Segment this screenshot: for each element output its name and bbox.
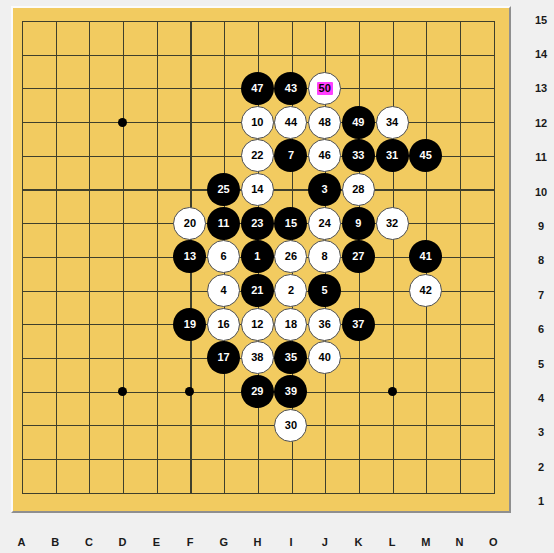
stone-2: 2 xyxy=(274,274,307,307)
stone-19: 19 xyxy=(173,308,206,341)
stone-49: 49 xyxy=(342,106,375,139)
move-number: 49 xyxy=(352,117,364,128)
row-labels: 151413121110987654321 xyxy=(528,0,554,553)
column-label-J: J xyxy=(322,536,328,548)
stone-16: 16 xyxy=(207,308,240,341)
stone-22: 22 xyxy=(241,139,274,172)
move-number: 26 xyxy=(285,251,297,262)
row-label-9: 9 xyxy=(528,220,554,232)
stone-50: 50 xyxy=(308,72,341,105)
move-number: 11 xyxy=(218,218,230,229)
move-number: 35 xyxy=(285,352,297,363)
stone-39: 39 xyxy=(274,375,307,408)
move-number: 47 xyxy=(251,83,263,94)
stone-47: 47 xyxy=(241,72,274,105)
move-number: 39 xyxy=(285,386,297,397)
move-number: 18 xyxy=(285,319,297,330)
stone-20: 20 xyxy=(173,207,206,240)
row-label-10: 10 xyxy=(528,186,554,198)
stone-35: 35 xyxy=(274,341,307,374)
move-number: 25 xyxy=(217,184,229,195)
move-number: 48 xyxy=(319,117,331,128)
stone-3: 3 xyxy=(308,173,341,206)
column-label-B: B xyxy=(51,536,59,548)
move-number: 6 xyxy=(221,251,227,262)
move-number: 27 xyxy=(352,251,364,262)
move-number: 4 xyxy=(221,285,227,296)
row-label-6: 6 xyxy=(528,323,554,335)
move-number: 23 xyxy=(251,218,263,229)
move-number: 24 xyxy=(319,218,331,229)
row-label-3: 3 xyxy=(528,426,554,438)
stone-44: 44 xyxy=(274,106,307,139)
move-number: 42 xyxy=(420,285,432,296)
move-number: 8 xyxy=(322,251,328,262)
row-label-14: 14 xyxy=(528,48,554,60)
move-number: 40 xyxy=(319,352,331,363)
stone-23: 23 xyxy=(241,207,274,240)
move-number: 13 xyxy=(184,251,196,262)
stone-21: 21 xyxy=(241,274,274,307)
column-label-F: F xyxy=(187,536,194,548)
row-label-4: 4 xyxy=(528,392,554,404)
row-label-2: 2 xyxy=(528,461,554,473)
column-label-N: N xyxy=(456,536,464,548)
stone-7: 7 xyxy=(274,139,307,172)
stone-33: 33 xyxy=(342,139,375,172)
star-point xyxy=(118,387,127,396)
column-labels: ABCDEFGHIJKLMNO xyxy=(0,536,554,551)
move-number: 22 xyxy=(251,150,263,161)
move-number: 28 xyxy=(352,184,364,195)
stone-43: 43 xyxy=(274,72,307,105)
row-label-5: 5 xyxy=(528,358,554,370)
column-label-A: A xyxy=(18,536,26,548)
stone-6: 6 xyxy=(207,240,240,273)
last-move-number: 50 xyxy=(317,82,333,95)
move-number: 41 xyxy=(420,251,432,262)
stone-45: 45 xyxy=(409,139,442,172)
stone-42: 42 xyxy=(409,274,442,307)
column-label-C: C xyxy=(85,536,93,548)
row-label-12: 12 xyxy=(528,117,554,129)
move-number: 38 xyxy=(251,352,263,363)
move-number: 21 xyxy=(251,285,263,296)
move-number: 12 xyxy=(251,319,263,330)
move-number: 32 xyxy=(386,218,398,229)
move-number: 5 xyxy=(322,285,328,296)
stone-26: 26 xyxy=(274,240,307,273)
move-number: 1 xyxy=(254,251,260,262)
move-number: 34 xyxy=(386,117,398,128)
go-board[interactable]: 1234567891011121314151617181920212223242… xyxy=(11,6,511,513)
stone-12: 12 xyxy=(241,308,274,341)
stone-24: 24 xyxy=(308,207,341,240)
column-label-D: D xyxy=(119,536,127,548)
row-label-1: 1 xyxy=(528,495,554,507)
move-number: 2 xyxy=(288,285,294,296)
move-number: 31 xyxy=(386,150,398,161)
stone-5: 5 xyxy=(308,274,341,307)
stone-31: 31 xyxy=(376,139,409,172)
stone-15: 15 xyxy=(274,207,307,240)
stone-46: 46 xyxy=(308,139,341,172)
star-point xyxy=(118,118,127,127)
move-number: 9 xyxy=(355,218,361,229)
stone-13: 13 xyxy=(173,240,206,273)
move-number: 45 xyxy=(420,150,432,161)
move-number: 10 xyxy=(251,117,263,128)
move-number: 15 xyxy=(285,218,297,229)
row-label-8: 8 xyxy=(528,254,554,266)
star-point xyxy=(388,387,397,396)
stone-14: 14 xyxy=(241,173,274,206)
stone-9: 9 xyxy=(342,207,375,240)
stone-17: 17 xyxy=(207,341,240,374)
move-number: 7 xyxy=(288,150,294,161)
stone-29: 29 xyxy=(241,375,274,408)
row-label-15: 15 xyxy=(528,14,554,26)
column-label-G: G xyxy=(219,536,228,548)
stone-37: 37 xyxy=(342,308,375,341)
gomoku-window: 1234567891011121314151617181920212223242… xyxy=(0,0,554,553)
row-label-11: 11 xyxy=(528,151,554,163)
move-number: 33 xyxy=(352,150,364,161)
move-number: 44 xyxy=(285,117,297,128)
stone-25: 25 xyxy=(207,173,240,206)
stone-28: 28 xyxy=(342,173,375,206)
stone-8: 8 xyxy=(308,240,341,273)
column-label-O: O xyxy=(489,536,498,548)
column-label-K: K xyxy=(355,536,363,548)
move-number: 3 xyxy=(322,184,328,195)
move-number: 46 xyxy=(319,150,331,161)
move-number: 20 xyxy=(184,218,196,229)
stone-48: 48 xyxy=(308,106,341,139)
column-label-L: L xyxy=(389,536,396,548)
move-number: 30 xyxy=(285,420,297,431)
stone-41: 41 xyxy=(409,240,442,273)
column-label-H: H xyxy=(253,536,261,548)
move-number: 36 xyxy=(319,319,331,330)
stones-grid[interactable]: 1234567891011121314151617181920212223242… xyxy=(5,4,510,509)
stone-18: 18 xyxy=(274,308,307,341)
stone-27: 27 xyxy=(342,240,375,273)
stone-36: 36 xyxy=(308,308,341,341)
row-label-7: 7 xyxy=(528,289,554,301)
stone-40: 40 xyxy=(308,341,341,374)
stone-4: 4 xyxy=(207,274,240,307)
move-number: 37 xyxy=(352,319,364,330)
stone-11: 11 xyxy=(207,207,240,240)
move-number: 16 xyxy=(217,319,229,330)
move-number: 43 xyxy=(285,83,297,94)
move-number: 29 xyxy=(251,386,263,397)
stone-32: 32 xyxy=(376,207,409,240)
column-label-M: M xyxy=(421,536,430,548)
stone-30: 30 xyxy=(274,409,307,442)
move-number: 14 xyxy=(251,184,263,195)
stone-38: 38 xyxy=(241,341,274,374)
stone-10: 10 xyxy=(241,106,274,139)
move-number: 19 xyxy=(184,319,196,330)
move-number: 17 xyxy=(217,352,229,363)
row-label-13: 13 xyxy=(528,82,554,94)
star-point xyxy=(185,387,194,396)
stone-34: 34 xyxy=(376,106,409,139)
column-label-I: I xyxy=(290,536,293,548)
stone-1: 1 xyxy=(241,240,274,273)
column-label-E: E xyxy=(153,536,160,548)
